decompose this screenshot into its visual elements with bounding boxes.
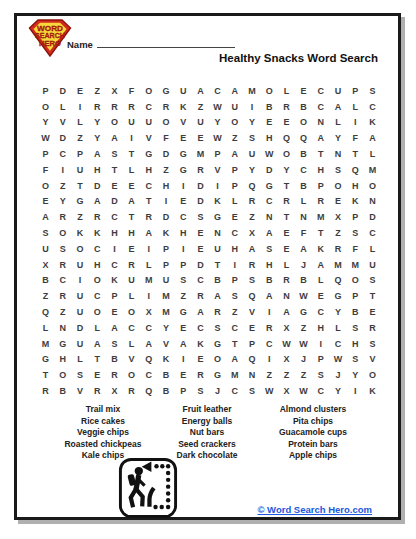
- grid-cell[interactable]: O: [295, 115, 312, 131]
- grid-cell[interactable]: C: [226, 225, 243, 241]
- grid-cell[interactable]: A: [226, 83, 243, 99]
- grid-cell[interactable]: W: [295, 383, 312, 399]
- grid-cell[interactable]: W: [329, 352, 346, 368]
- grid-cell[interactable]: U: [364, 257, 381, 273]
- grid-cell[interactable]: I: [140, 288, 157, 304]
- grid-cell[interactable]: R: [89, 383, 106, 399]
- grid-cell[interactable]: S: [71, 367, 88, 383]
- grid-cell[interactable]: E: [278, 225, 295, 241]
- grid-cell[interactable]: C: [226, 383, 243, 399]
- grid-cell[interactable]: B: [54, 383, 71, 399]
- grid-cell[interactable]: R: [329, 241, 346, 257]
- grid-cell[interactable]: A: [89, 194, 106, 210]
- grid-cell[interactable]: S: [364, 273, 381, 289]
- grid-cell[interactable]: R: [243, 194, 260, 210]
- grid-cell[interactable]: U: [192, 115, 209, 131]
- grid-cell[interactable]: C: [89, 241, 106, 257]
- grid-cell[interactable]: Z: [329, 225, 346, 241]
- grid-cell[interactable]: I: [243, 99, 260, 115]
- grid-cell[interactable]: K: [347, 194, 364, 210]
- grid-cell[interactable]: L: [71, 352, 88, 368]
- grid-cell[interactable]: Y: [37, 115, 54, 131]
- grid-cell[interactable]: U: [329, 83, 346, 99]
- grid-cell[interactable]: I: [209, 178, 226, 194]
- grid-cell[interactable]: S: [364, 83, 381, 99]
- grid-cell[interactable]: P: [106, 288, 123, 304]
- grid-cell[interactable]: H: [261, 257, 278, 273]
- grid-cell[interactable]: F: [123, 83, 140, 99]
- grid-cell[interactable]: E: [37, 194, 54, 210]
- grid-cell[interactable]: A: [209, 288, 226, 304]
- grid-cell[interactable]: C: [295, 162, 312, 178]
- grid-cell[interactable]: T: [37, 367, 54, 383]
- grid-cell[interactable]: F: [37, 162, 54, 178]
- grid-cell[interactable]: R: [37, 383, 54, 399]
- grid-cell[interactable]: J: [295, 257, 312, 273]
- grid-cell[interactable]: A: [329, 99, 346, 115]
- grid-cell[interactable]: Q: [243, 178, 260, 194]
- grid-cell[interactable]: O: [364, 178, 381, 194]
- grid-cell[interactable]: C: [312, 304, 329, 320]
- grid-cell[interactable]: L: [123, 162, 140, 178]
- grid-cell[interactable]: Z: [226, 304, 243, 320]
- grid-cell[interactable]: U: [123, 115, 140, 131]
- grid-cell[interactable]: Z: [71, 130, 88, 146]
- grid-cell[interactable]: P: [347, 83, 364, 99]
- grid-cell[interactable]: L: [89, 320, 106, 336]
- grid-cell[interactable]: B: [347, 304, 364, 320]
- grid-cell[interactable]: O: [54, 225, 71, 241]
- grid-cell[interactable]: R: [54, 209, 71, 225]
- grid-cell[interactable]: B: [295, 273, 312, 289]
- grid-cell[interactable]: G: [54, 336, 71, 352]
- grid-cell[interactable]: S: [347, 225, 364, 241]
- grid-cell[interactable]: S: [106, 336, 123, 352]
- grid-cell[interactable]: E: [175, 367, 192, 383]
- grid-cell[interactable]: H: [140, 162, 157, 178]
- grid-cell[interactable]: C: [140, 178, 157, 194]
- grid-cell[interactable]: G: [175, 146, 192, 162]
- grid-cell[interactable]: I: [347, 115, 364, 131]
- grid-cell[interactable]: O: [261, 83, 278, 99]
- grid-cell[interactable]: P: [209, 146, 226, 162]
- grid-cell[interactable]: B: [157, 367, 174, 383]
- grid-cell[interactable]: R: [106, 367, 123, 383]
- grid-cell[interactable]: T: [278, 178, 295, 194]
- grid-cell[interactable]: A: [295, 241, 312, 257]
- grid-cell[interactable]: Z: [295, 320, 312, 336]
- grid-cell[interactable]: C: [106, 209, 123, 225]
- grid-cell[interactable]: E: [175, 194, 192, 210]
- grid-cell[interactable]: A: [243, 241, 260, 257]
- grid-cell[interactable]: T: [364, 288, 381, 304]
- grid-cell[interactable]: A: [89, 336, 106, 352]
- grid-cell[interactable]: T: [278, 209, 295, 225]
- grid-cell[interactable]: L: [364, 241, 381, 257]
- grid-cell[interactable]: S: [261, 241, 278, 257]
- grid-cell[interactable]: F: [347, 241, 364, 257]
- grid-cell[interactable]: O: [123, 367, 140, 383]
- grid-cell[interactable]: E: [243, 320, 260, 336]
- grid-cell[interactable]: L: [226, 194, 243, 210]
- grid-cell[interactable]: I: [157, 194, 174, 210]
- grid-cell[interactable]: D: [157, 146, 174, 162]
- grid-cell[interactable]: M: [157, 304, 174, 320]
- grid-cell[interactable]: Q: [295, 130, 312, 146]
- grid-cell[interactable]: H: [89, 257, 106, 273]
- grid-cell[interactable]: X: [278, 320, 295, 336]
- grid-cell[interactable]: M: [157, 288, 174, 304]
- grid-cell[interactable]: U: [71, 336, 88, 352]
- grid-cell[interactable]: V: [123, 352, 140, 368]
- grid-cell[interactable]: N: [209, 225, 226, 241]
- grid-cell[interactable]: Q: [329, 273, 346, 289]
- grid-cell[interactable]: U: [175, 83, 192, 99]
- grid-cell[interactable]: O: [347, 273, 364, 289]
- grid-cell[interactable]: G: [209, 209, 226, 225]
- grid-cell[interactable]: C: [175, 209, 192, 225]
- grid-cell[interactable]: O: [157, 115, 174, 131]
- grid-cell[interactable]: S: [347, 352, 364, 368]
- grid-cell[interactable]: R: [278, 99, 295, 115]
- grid-cell[interactable]: R: [140, 209, 157, 225]
- grid-cell[interactable]: U: [209, 241, 226, 257]
- grid-cell[interactable]: H: [312, 162, 329, 178]
- grid-cell[interactable]: G: [209, 336, 226, 352]
- grid-cell[interactable]: D: [192, 178, 209, 194]
- grid-cell[interactable]: O: [209, 352, 226, 368]
- grid-cell[interactable]: X: [278, 352, 295, 368]
- grid-cell[interactable]: Q: [140, 383, 157, 399]
- grid-cell[interactable]: G: [261, 178, 278, 194]
- grid-cell[interactable]: M: [312, 209, 329, 225]
- grid-cell[interactable]: A: [192, 304, 209, 320]
- grid-cell[interactable]: A: [226, 352, 243, 368]
- grid-cell[interactable]: K: [175, 99, 192, 115]
- grid-cell[interactable]: K: [209, 194, 226, 210]
- grid-cell[interactable]: R: [261, 320, 278, 336]
- grid-cell[interactable]: I: [261, 304, 278, 320]
- grid-cell[interactable]: V: [364, 352, 381, 368]
- grid-cell[interactable]: N: [243, 367, 260, 383]
- grid-cell[interactable]: H: [106, 225, 123, 241]
- grid-cell[interactable]: T: [347, 146, 364, 162]
- grid-cell[interactable]: L: [347, 99, 364, 115]
- grid-cell[interactable]: A: [140, 225, 157, 241]
- grid-cell[interactable]: O: [54, 367, 71, 383]
- grid-cell[interactable]: Y: [89, 115, 106, 131]
- grid-cell[interactable]: O: [89, 273, 106, 289]
- grid-cell[interactable]: U: [37, 241, 54, 257]
- grid-cell[interactable]: W: [261, 146, 278, 162]
- grid-cell[interactable]: Y: [347, 367, 364, 383]
- grid-cell[interactable]: L: [329, 115, 346, 131]
- grid-cell[interactable]: Q: [243, 352, 260, 368]
- grid-cell[interactable]: X: [106, 83, 123, 99]
- grid-cell[interactable]: E: [226, 209, 243, 225]
- grid-cell[interactable]: V: [157, 336, 174, 352]
- grid-cell[interactable]: I: [123, 130, 140, 146]
- grid-cell[interactable]: Z: [243, 209, 260, 225]
- grid-cell[interactable]: C: [261, 336, 278, 352]
- grid-cell[interactable]: A: [226, 146, 243, 162]
- grid-cell[interactable]: R: [54, 288, 71, 304]
- grid-cell[interactable]: I: [71, 99, 88, 115]
- grid-cell[interactable]: R: [106, 99, 123, 115]
- grid-cell[interactable]: V: [140, 130, 157, 146]
- grid-cell[interactable]: U: [71, 304, 88, 320]
- grid-cell[interactable]: N: [329, 146, 346, 162]
- grid-cell[interactable]: M: [329, 257, 346, 273]
- grid-cell[interactable]: E: [278, 115, 295, 131]
- grid-cell[interactable]: S: [175, 273, 192, 289]
- grid-cell[interactable]: V: [175, 115, 192, 131]
- grid-cell[interactable]: E: [364, 304, 381, 320]
- grid-cell[interactable]: F: [157, 130, 174, 146]
- grid-cell[interactable]: I: [175, 178, 192, 194]
- grid-cell[interactable]: C: [54, 146, 71, 162]
- grid-cell[interactable]: V: [54, 115, 71, 131]
- grid-cell[interactable]: O: [89, 304, 106, 320]
- grid-cell[interactable]: S: [312, 367, 329, 383]
- grid-cell[interactable]: C: [312, 83, 329, 99]
- grid-cell[interactable]: K: [71, 225, 88, 241]
- grid-cell[interactable]: R: [192, 162, 209, 178]
- grid-cell[interactable]: A: [37, 209, 54, 225]
- grid-cell[interactable]: L: [140, 257, 157, 273]
- grid-cell[interactable]: V: [71, 383, 88, 399]
- grid-cell[interactable]: X: [37, 257, 54, 273]
- grid-cell[interactable]: Q: [140, 352, 157, 368]
- grid-cell[interactable]: G: [157, 83, 174, 99]
- grid-cell[interactable]: T: [312, 146, 329, 162]
- grid-cell[interactable]: L: [278, 257, 295, 273]
- grid-cell[interactable]: N: [278, 288, 295, 304]
- grid-cell[interactable]: D: [192, 194, 209, 210]
- grid-cell[interactable]: V: [243, 304, 260, 320]
- grid-cell[interactable]: C: [106, 257, 123, 273]
- grid-cell[interactable]: C: [192, 320, 209, 336]
- grid-cell[interactable]: H: [157, 178, 174, 194]
- grid-cell[interactable]: P: [226, 162, 243, 178]
- grid-cell[interactable]: C: [329, 336, 346, 352]
- grid-cell[interactable]: I: [347, 383, 364, 399]
- grid-cell[interactable]: W: [295, 336, 312, 352]
- grid-cell[interactable]: B: [295, 99, 312, 115]
- grid-cell[interactable]: C: [54, 273, 71, 289]
- grid-cell[interactable]: B: [37, 273, 54, 289]
- grid-cell[interactable]: E: [123, 178, 140, 194]
- grid-cell[interactable]: I: [226, 257, 243, 273]
- grid-cell[interactable]: D: [261, 162, 278, 178]
- grid-cell[interactable]: M: [364, 162, 381, 178]
- grid-cell[interactable]: U: [71, 257, 88, 273]
- grid-cell[interactable]: H: [54, 352, 71, 368]
- grid-cell[interactable]: E: [89, 367, 106, 383]
- grid-cell[interactable]: D: [106, 194, 123, 210]
- grid-cell[interactable]: S: [226, 288, 243, 304]
- grid-cell[interactable]: H: [261, 130, 278, 146]
- grid-cell[interactable]: O: [329, 178, 346, 194]
- grid-cell[interactable]: E: [312, 288, 329, 304]
- grid-cell[interactable]: W: [209, 99, 226, 115]
- grid-cell[interactable]: H: [312, 320, 329, 336]
- grid-cell[interactable]: L: [37, 320, 54, 336]
- grid-cell[interactable]: G: [175, 304, 192, 320]
- grid-cell[interactable]: E: [106, 178, 123, 194]
- grid-cell[interactable]: T: [123, 209, 140, 225]
- grid-cell[interactable]: A: [312, 257, 329, 273]
- grid-cell[interactable]: G: [71, 194, 88, 210]
- grid-cell[interactable]: T: [106, 162, 123, 178]
- grid-cell[interactable]: A: [278, 304, 295, 320]
- grid-cell[interactable]: K: [364, 383, 381, 399]
- grid-cell[interactable]: R: [157, 99, 174, 115]
- grid-cell[interactable]: E: [175, 320, 192, 336]
- grid-cell[interactable]: Q: [347, 162, 364, 178]
- grid-cell[interactable]: M: [37, 336, 54, 352]
- grid-cell[interactable]: Y: [278, 162, 295, 178]
- grid-cell[interactable]: Z: [89, 83, 106, 99]
- grid-cell[interactable]: Z: [278, 367, 295, 383]
- grid-cell[interactable]: A: [364, 130, 381, 146]
- grid-cell[interactable]: P: [243, 336, 260, 352]
- grid-cell[interactable]: S: [37, 225, 54, 241]
- grid-cell[interactable]: Y: [243, 162, 260, 178]
- grid-cell[interactable]: H: [347, 178, 364, 194]
- footer-credit-link[interactable]: © Word Search Hero.com: [257, 504, 372, 515]
- grid-cell[interactable]: C: [209, 83, 226, 99]
- grid-cell[interactable]: O: [140, 83, 157, 99]
- grid-cell[interactable]: I: [106, 241, 123, 257]
- grid-cell[interactable]: M: [243, 83, 260, 99]
- grid-cell[interactable]: K: [312, 241, 329, 257]
- grid-cell[interactable]: B: [261, 99, 278, 115]
- grid-cell[interactable]: P: [347, 209, 364, 225]
- grid-cell[interactable]: G: [140, 146, 157, 162]
- grid-cell[interactable]: R: [192, 367, 209, 383]
- grid-cell[interactable]: Z: [295, 367, 312, 383]
- grid-cell[interactable]: O: [123, 304, 140, 320]
- grid-cell[interactable]: T: [140, 194, 157, 210]
- grid-cell[interactable]: O: [37, 99, 54, 115]
- grid-cell[interactable]: R: [123, 383, 140, 399]
- grid-cell[interactable]: S: [243, 130, 260, 146]
- grid-cell[interactable]: R: [123, 99, 140, 115]
- grid-cell[interactable]: A: [89, 146, 106, 162]
- grid-cell[interactable]: A: [123, 194, 140, 210]
- grid-cell[interactable]: K: [106, 273, 123, 289]
- grid-cell[interactable]: Y: [243, 115, 260, 131]
- grid-cell[interactable]: R: [278, 273, 295, 289]
- grid-cell[interactable]: W: [261, 383, 278, 399]
- grid-cell[interactable]: M: [226, 367, 243, 383]
- grid-cell[interactable]: E: [192, 352, 209, 368]
- grid-cell[interactable]: D: [71, 320, 88, 336]
- grid-cell[interactable]: R: [192, 288, 209, 304]
- grid-cell[interactable]: C: [364, 225, 381, 241]
- grid-cell[interactable]: E: [295, 83, 312, 99]
- grid-cell[interactable]: E: [329, 194, 346, 210]
- grid-cell[interactable]: J: [209, 383, 226, 399]
- grid-cell[interactable]: Y: [329, 304, 346, 320]
- grid-cell[interactable]: F: [295, 225, 312, 241]
- grid-cell[interactable]: C: [312, 383, 329, 399]
- grid-cell[interactable]: D: [157, 209, 174, 225]
- grid-cell[interactable]: P: [312, 178, 329, 194]
- grid-cell[interactable]: B: [261, 273, 278, 289]
- grid-cell[interactable]: D: [89, 178, 106, 194]
- grid-cell[interactable]: T: [123, 146, 140, 162]
- grid-cell[interactable]: U: [243, 146, 260, 162]
- grid-cell[interactable]: C: [261, 194, 278, 210]
- grid-cell[interactable]: C: [140, 99, 157, 115]
- grid-cell[interactable]: H: [123, 225, 140, 241]
- grid-cell[interactable]: I: [54, 162, 71, 178]
- grid-cell[interactable]: G: [329, 288, 346, 304]
- grid-cell[interactable]: K: [192, 336, 209, 352]
- grid-cell[interactable]: A: [106, 320, 123, 336]
- grid-cell[interactable]: J: [295, 352, 312, 368]
- grid-cell[interactable]: A: [192, 83, 209, 99]
- grid-cell[interactable]: P: [37, 83, 54, 99]
- grid-cell[interactable]: W: [37, 130, 54, 146]
- grid-cell[interactable]: P: [175, 257, 192, 273]
- grid-cell[interactable]: S: [243, 273, 260, 289]
- grid-cell[interactable]: E: [192, 225, 209, 241]
- grid-cell[interactable]: O: [106, 115, 123, 131]
- grid-cell[interactable]: A: [312, 130, 329, 146]
- grid-cell[interactable]: N: [295, 209, 312, 225]
- grid-cell[interactable]: T: [226, 336, 243, 352]
- grid-cell[interactable]: S: [209, 320, 226, 336]
- grid-cell[interactable]: G: [37, 352, 54, 368]
- grid-cell[interactable]: Y: [54, 194, 71, 210]
- grid-cell[interactable]: D: [54, 130, 71, 146]
- grid-cell[interactable]: Z: [226, 130, 243, 146]
- grid-cell[interactable]: I: [175, 352, 192, 368]
- grid-cell[interactable]: N: [364, 194, 381, 210]
- grid-cell[interactable]: T: [89, 352, 106, 368]
- grid-cell[interactable]: U: [157, 273, 174, 289]
- grid-cell[interactable]: L: [71, 115, 88, 131]
- grid-cell[interactable]: U: [71, 288, 88, 304]
- grid-cell[interactable]: J: [329, 367, 346, 383]
- grid-cell[interactable]: K: [157, 225, 174, 241]
- grid-cell[interactable]: C: [364, 99, 381, 115]
- grid-cell[interactable]: Y: [157, 320, 174, 336]
- grid-cell[interactable]: L: [278, 83, 295, 99]
- grid-cell[interactable]: H: [347, 336, 364, 352]
- grid-cell[interactable]: E: [192, 130, 209, 146]
- grid-cell[interactable]: A: [261, 225, 278, 241]
- grid-cell[interactable]: L: [123, 336, 140, 352]
- grid-cell[interactable]: E: [278, 241, 295, 257]
- grid-cell[interactable]: G: [175, 162, 192, 178]
- grid-cell[interactable]: G: [209, 367, 226, 383]
- grid-cell[interactable]: Z: [54, 304, 71, 320]
- grid-cell[interactable]: S: [329, 162, 346, 178]
- grid-cell[interactable]: I: [71, 273, 88, 289]
- grid-cell[interactable]: H: [89, 162, 106, 178]
- grid-cell[interactable]: F: [347, 130, 364, 146]
- grid-cell[interactable]: B: [295, 178, 312, 194]
- grid-cell[interactable]: X: [243, 225, 260, 241]
- grid-cell[interactable]: K: [364, 115, 381, 131]
- grid-cell[interactable]: B: [295, 146, 312, 162]
- grid-cell[interactable]: S: [54, 241, 71, 257]
- grid-cell[interactable]: P: [226, 178, 243, 194]
